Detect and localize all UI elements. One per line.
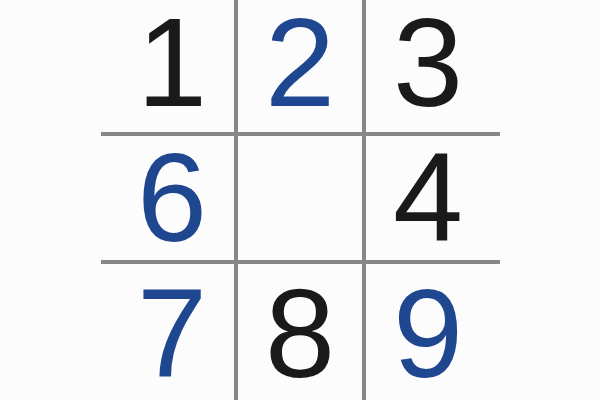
cell-r1c1[interactable]: 1 <box>108 0 236 127</box>
sudoku-board: 1 2 3 6 4 7 8 9 <box>0 0 600 400</box>
cell-r3c1[interactable]: 7 <box>108 270 236 398</box>
sudoku-box: 1 2 3 6 4 7 8 9 <box>108 6 492 390</box>
cell-r1c2[interactable]: 2 <box>236 0 364 127</box>
cell-r2c1[interactable]: 6 <box>108 134 236 262</box>
cell-r3c3[interactable]: 9 <box>364 270 492 398</box>
cell-r1c3[interactable]: 3 <box>364 0 492 127</box>
cell-r3c2[interactable]: 8 <box>236 270 364 398</box>
cell-r2c2[interactable] <box>236 134 364 262</box>
cell-r2c3[interactable]: 4 <box>364 134 492 262</box>
